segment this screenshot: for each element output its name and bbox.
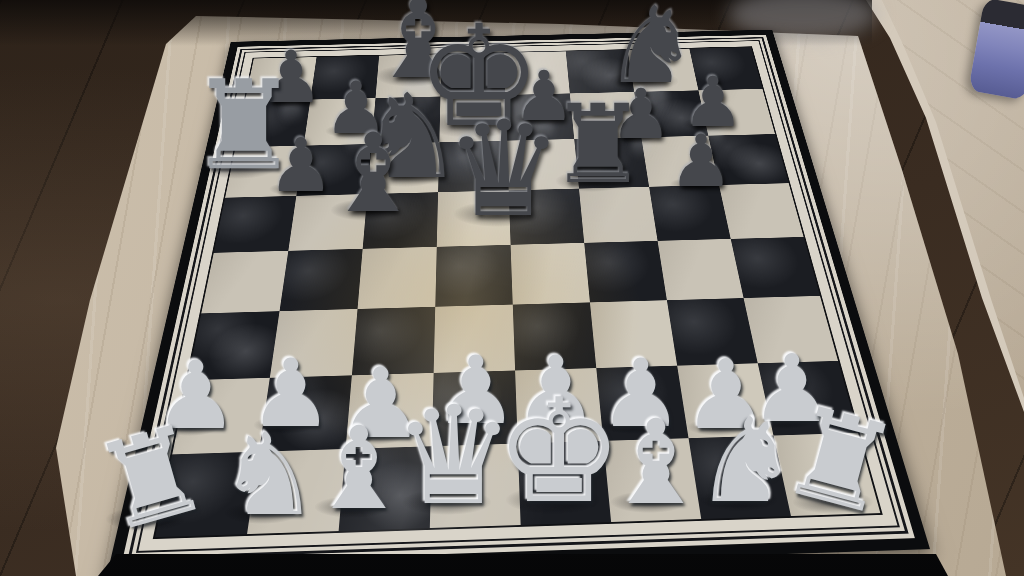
square-g4[interactable] bbox=[658, 239, 744, 300]
piece-silver-bishop-c1[interactable]: ♝ bbox=[308, 412, 410, 526]
square-c4[interactable] bbox=[358, 247, 437, 309]
square-d4[interactable] bbox=[435, 245, 512, 307]
piece-silver-knight-b1[interactable]: ♞ bbox=[218, 418, 320, 532]
square-e4[interactable] bbox=[511, 243, 590, 305]
piece-dark-bishop-c5[interactable]: ♝ bbox=[324, 119, 422, 228]
square-f4[interactable] bbox=[584, 241, 667, 303]
piece-silver-queen-d1[interactable]: ♛ bbox=[393, 388, 515, 524]
square-a4[interactable] bbox=[201, 251, 288, 314]
piece-dark-rook-f6[interactable]: ♜ bbox=[549, 90, 647, 199]
piece-dark-queen-e5[interactable]: ♛ bbox=[445, 103, 563, 235]
square-b4[interactable] bbox=[280, 249, 363, 311]
piece-dark-pawn-g6[interactable]: ♟ bbox=[669, 125, 734, 197]
square-h4[interactable] bbox=[731, 237, 820, 298]
scene: ♝♞♟♟♚♟♟♟♜♞♜♟♝♟♛♟♟♟♟♟♟♟♟♜♞♝♛♚♝♞♜ bbox=[0, 0, 1024, 576]
piece-silver-bishop-f1[interactable]: ♝ bbox=[604, 404, 709, 521]
